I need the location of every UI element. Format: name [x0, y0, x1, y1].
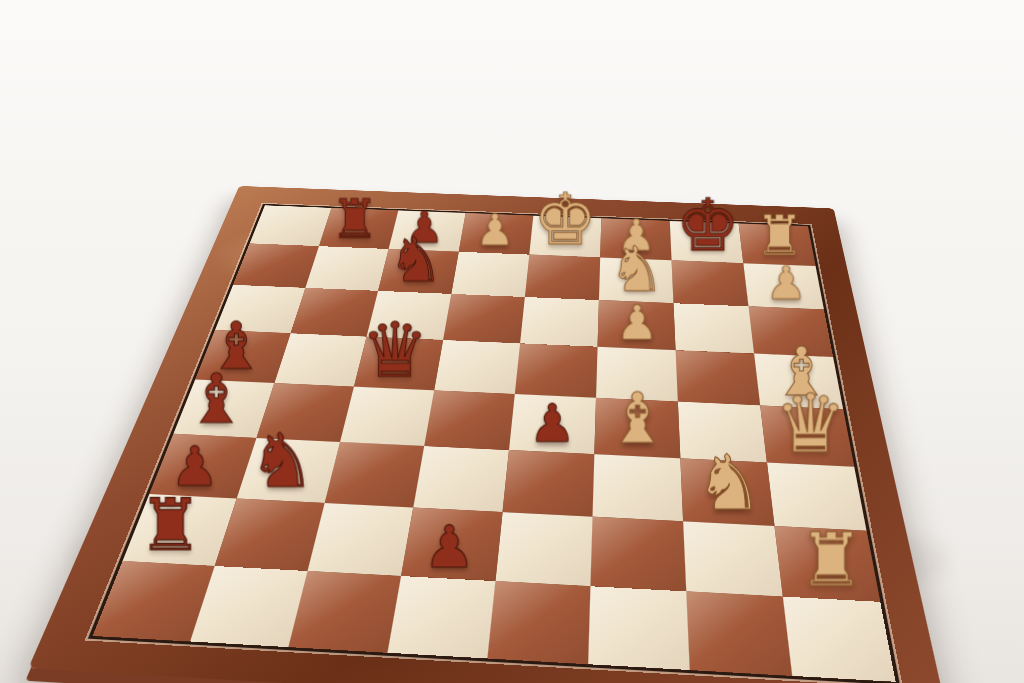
square-d4[interactable]	[424, 390, 515, 450]
square-f6[interactable]: ♟	[598, 300, 676, 350]
pawn-glyph: ♟	[765, 262, 806, 306]
knight-glyph: ♞	[608, 240, 664, 299]
square-a7[interactable]	[233, 243, 319, 287]
square-f1[interactable]	[588, 586, 690, 670]
rook-glyph: ♜	[798, 526, 864, 596]
pawn-glyph: ♟	[615, 300, 658, 346]
square-d6[interactable]	[443, 294, 525, 343]
square-e7[interactable]	[525, 255, 600, 300]
pawn-glyph: ♟	[475, 210, 514, 251]
bishop-glyph: ♝	[185, 368, 246, 433]
square-e3[interactable]	[503, 450, 595, 517]
square-e4[interactable]: ♟	[509, 394, 596, 454]
square-e1[interactable]	[487, 581, 590, 664]
square-f4[interactable]: ♝	[594, 398, 680, 459]
square-e2[interactable]	[495, 512, 592, 586]
rook-glyph: ♜	[138, 492, 202, 560]
square-a2[interactable]: ♜	[123, 494, 237, 566]
square-h7[interactable]: ♟	[743, 263, 824, 309]
square-d7[interactable]	[451, 252, 529, 297]
pawn-glyph: ♟	[528, 399, 575, 449]
king-glyph: ♚	[675, 191, 740, 259]
square-h4[interactable]: ♛	[760, 405, 854, 466]
square-b3[interactable]: ♞	[237, 438, 340, 503]
square-c5[interactable]: ♛	[354, 337, 443, 391]
square-d3[interactable]	[413, 446, 509, 512]
square-c4[interactable]	[340, 387, 434, 446]
knight-glyph: ♞	[387, 232, 442, 291]
board-frame: ♜♟♟♚♟♚♜♞♞♟♟♝♛♝♝♟♝♛♟♞♞♜♟♜	[28, 186, 949, 683]
square-e5[interactable]	[515, 343, 598, 398]
pawn-glyph: ♟	[422, 520, 474, 575]
square-b1[interactable]	[190, 566, 307, 647]
square-b8[interactable]: ♜	[319, 208, 398, 249]
queen-glyph: ♛	[361, 314, 429, 386]
knight-glyph: ♞	[694, 448, 762, 520]
rook-glyph: ♜	[330, 195, 378, 246]
chess-board: ♜♟♟♚♟♚♜♞♞♟♟♝♛♝♝♟♝♛♟♞♞♜♟♜	[28, 186, 949, 683]
square-c2[interactable]	[308, 503, 414, 576]
knight-glyph: ♞	[248, 427, 315, 498]
queen-glyph: ♛	[774, 385, 846, 462]
square-g1[interactable]	[686, 591, 792, 675]
square-c3[interactable]	[325, 442, 425, 508]
square-e6[interactable]	[520, 297, 599, 347]
square-c7[interactable]: ♞	[378, 249, 459, 294]
perspective-container: ♜♟♟♚♟♚♜♞♞♟♟♝♛♝♝♟♝♛♟♞♞♜♟♜	[0, 0, 1024, 683]
square-e8[interactable]: ♚	[529, 216, 601, 258]
square-d8[interactable]: ♟	[459, 213, 534, 255]
square-d2[interactable]: ♟	[401, 508, 502, 582]
square-g5[interactable]	[676, 350, 761, 405]
square-a8[interactable]	[250, 205, 332, 246]
square-g3[interactable]: ♞	[680, 458, 774, 526]
square-g8[interactable]: ♚	[670, 221, 744, 263]
rook-glyph: ♜	[755, 211, 804, 263]
square-b7[interactable]	[305, 246, 388, 291]
board-grid: ♜♟♟♚♟♚♜♞♞♟♟♝♛♝♝♟♝♛♟♞♞♜♟♜	[88, 204, 900, 683]
square-g7[interactable]	[672, 260, 749, 306]
square-g2[interactable]	[683, 521, 783, 596]
square-h2[interactable]: ♜	[774, 526, 880, 602]
square-a1[interactable]	[93, 561, 215, 641]
square-b5[interactable]	[274, 333, 366, 386]
bishop-glyph: ♝	[606, 387, 668, 453]
square-g6[interactable]	[673, 303, 754, 353]
square-c1[interactable]	[288, 571, 401, 653]
square-f3[interactable]	[593, 454, 684, 521]
square-d5[interactable]	[434, 340, 520, 394]
square-f2[interactable]	[590, 517, 686, 592]
king-glyph: ♚	[533, 186, 597, 254]
square-h1[interactable]	[783, 597, 896, 682]
square-d1[interactable]	[387, 576, 495, 658]
studio-backdrop: ♜♟♟♚♟♚♜♞♞♟♟♝♛♝♝♟♝♛♟♞♞♜♟♜	[0, 0, 1024, 683]
